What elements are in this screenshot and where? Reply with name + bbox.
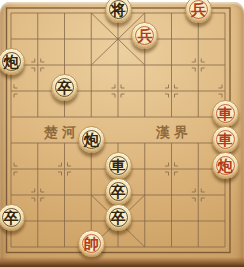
piece-red-cannon[interactable]: 炮 [212, 152, 239, 179]
piece-black-soldier[interactable]: 卒 [105, 204, 132, 231]
piece-black-soldier[interactable]: 卒 [0, 204, 25, 231]
xiangqi-game-screen: 楚河 漢界 将兵兵炮卒車炮車車炮卒卒卒帥 [0, 0, 244, 267]
xiangqi-board[interactable]: 楚河 漢界 将兵兵炮卒車炮車車炮卒卒卒帥 [0, 2, 244, 267]
piece-red-soldier[interactable]: 兵 [185, 0, 212, 23]
river-label-right: 漢界 [156, 123, 192, 142]
piece-red-soldier[interactable]: 兵 [131, 22, 158, 49]
piece-black-chariot[interactable]: 車 [105, 152, 132, 179]
piece-black-soldier[interactable]: 卒 [105, 178, 132, 205]
piece-black-general[interactable]: 将 [105, 0, 132, 23]
piece-black-cannon[interactable]: 炮 [0, 48, 25, 75]
river-label-left: 楚河 [44, 123, 80, 142]
piece-red-general[interactable]: 帥 [78, 230, 105, 257]
piece-black-cannon[interactable]: 炮 [78, 126, 105, 153]
piece-red-chariot[interactable]: 車 [212, 126, 239, 153]
piece-black-soldier[interactable]: 卒 [51, 74, 78, 101]
piece-red-chariot[interactable]: 車 [212, 100, 239, 127]
